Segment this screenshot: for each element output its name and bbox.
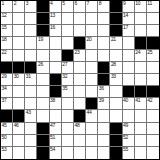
clue-number-12: 12 bbox=[2, 13, 7, 18]
cell-r3c11[interactable]: 17 bbox=[123, 25, 135, 37]
cell-r11c12[interactable] bbox=[135, 123, 147, 135]
clue-number-9: 9 bbox=[123, 1, 125, 6]
cell-r12c12[interactable] bbox=[135, 135, 147, 147]
black-cell-r2c10 bbox=[110, 13, 122, 25]
cell-r12c9[interactable] bbox=[98, 135, 110, 147]
cell-r7c7[interactable] bbox=[74, 74, 86, 86]
cell-r5c2[interactable] bbox=[13, 50, 25, 62]
cell-r1c12[interactable]: 10 bbox=[135, 1, 147, 13]
clue-number-26: 26 bbox=[38, 62, 43, 67]
cell-r4c6[interactable] bbox=[62, 37, 74, 49]
black-cell-r11c10 bbox=[110, 123, 122, 135]
clue-number-30: 30 bbox=[14, 74, 19, 79]
clue-number-44: 44 bbox=[87, 110, 92, 115]
clue-number-15: 15 bbox=[2, 25, 7, 30]
clue-number-36: 36 bbox=[99, 86, 104, 91]
cell-r5c10[interactable] bbox=[110, 50, 122, 62]
cell-r3c3[interactable] bbox=[25, 25, 37, 37]
cell-r9c10[interactable] bbox=[110, 98, 122, 110]
cell-r13c11[interactable]: 55 bbox=[123, 147, 135, 159]
cell-r9c1[interactable]: 37 bbox=[1, 98, 13, 110]
cell-r4c3[interactable] bbox=[25, 37, 37, 49]
cell-r3c5[interactable]: 16 bbox=[50, 25, 62, 37]
cell-r7c2[interactable]: 30 bbox=[13, 74, 25, 86]
cell-r4c2[interactable] bbox=[13, 37, 25, 49]
cell-r11c1[interactable]: 45 bbox=[1, 123, 13, 135]
cell-r1c13[interactable]: 11 bbox=[147, 1, 159, 13]
cell-r6c13[interactable] bbox=[147, 62, 159, 74]
cell-r13c6[interactable] bbox=[62, 147, 74, 159]
black-cell-r4c7 bbox=[74, 37, 86, 49]
cell-r5c5[interactable] bbox=[50, 50, 62, 62]
cell-r1c2[interactable]: 2 bbox=[13, 1, 25, 13]
cell-r10c5[interactable] bbox=[50, 110, 62, 122]
cell-r4c11[interactable] bbox=[123, 37, 135, 49]
cell-r13c12[interactable] bbox=[135, 147, 147, 159]
cell-r11c8[interactable] bbox=[86, 123, 98, 135]
cell-r11c5[interactable]: 47 bbox=[50, 123, 62, 135]
cell-r13c2[interactable] bbox=[13, 147, 25, 159]
cell-r2c9[interactable] bbox=[98, 13, 110, 25]
clue-number-22: 22 bbox=[2, 50, 7, 55]
cell-r4c1[interactable]: 18 bbox=[1, 37, 13, 49]
cell-r13c8[interactable] bbox=[86, 147, 98, 159]
clue-number-29: 29 bbox=[2, 74, 7, 79]
cell-r6c4[interactable]: 26 bbox=[37, 62, 49, 74]
cell-r3c13[interactable] bbox=[147, 25, 159, 37]
cell-r9c9[interactable]: 39 bbox=[98, 98, 110, 110]
clue-number-52: 52 bbox=[123, 135, 128, 140]
cell-r9c12[interactable]: 41 bbox=[135, 98, 147, 110]
clue-number-46: 46 bbox=[14, 123, 19, 128]
cell-r7c13[interactable] bbox=[147, 74, 159, 86]
cell-r3c2[interactable] bbox=[13, 25, 25, 37]
cell-r1c7[interactable]: 6 bbox=[74, 1, 86, 13]
black-cell-r10c1 bbox=[1, 110, 13, 122]
cell-r13c7[interactable] bbox=[74, 147, 86, 159]
clue-number-8: 8 bbox=[99, 1, 101, 6]
cell-r3c9[interactable] bbox=[98, 25, 110, 37]
cell-r11c7[interactable]: 48 bbox=[74, 123, 86, 135]
clue-number-48: 48 bbox=[74, 123, 79, 128]
black-cell-r1c4 bbox=[37, 1, 49, 13]
cell-r2c12[interactable] bbox=[135, 13, 147, 25]
clue-number-14: 14 bbox=[123, 13, 128, 18]
cell-r3c7[interactable] bbox=[74, 25, 86, 37]
cell-r8c7[interactable] bbox=[74, 86, 86, 98]
cell-r8c3[interactable] bbox=[25, 86, 37, 98]
black-cell-r4c12 bbox=[135, 37, 147, 49]
cell-r11c6[interactable] bbox=[62, 123, 74, 135]
clue-number-51: 51 bbox=[50, 135, 55, 140]
cell-r1c9[interactable]: 8 bbox=[98, 1, 110, 13]
cell-r10c8[interactable]: 44 bbox=[86, 110, 98, 122]
cell-r10c3[interactable]: 43 bbox=[25, 110, 37, 122]
cell-r10c10[interactable] bbox=[110, 110, 122, 122]
clue-number-49: 49 bbox=[123, 123, 128, 128]
clue-number-53: 53 bbox=[2, 147, 7, 152]
clue-number-50: 50 bbox=[2, 135, 7, 140]
clue-number-20: 20 bbox=[87, 37, 92, 42]
black-cell-r5c6 bbox=[62, 50, 74, 62]
cell-r9c5[interactable]: 38 bbox=[50, 98, 62, 110]
cell-r12c7[interactable] bbox=[74, 135, 86, 147]
cell-r5c7[interactable]: 23 bbox=[74, 50, 86, 62]
clue-number-18: 18 bbox=[2, 37, 7, 42]
clue-number-10: 10 bbox=[135, 1, 140, 6]
clue-number-27: 27 bbox=[62, 62, 67, 67]
clue-number-41: 41 bbox=[135, 98, 140, 103]
cell-r8c6[interactable]: 35 bbox=[62, 86, 74, 98]
cell-r3c12[interactable] bbox=[135, 25, 147, 37]
cell-r5c12[interactable]: 24 bbox=[135, 50, 147, 62]
clue-number-19: 19 bbox=[38, 37, 43, 42]
clue-number-3: 3 bbox=[26, 1, 28, 6]
cell-r7c3[interactable]: 31 bbox=[25, 74, 37, 86]
cell-r12c3[interactable] bbox=[25, 135, 37, 147]
cell-r3c6[interactable] bbox=[62, 25, 74, 37]
clue-number-37: 37 bbox=[2, 98, 7, 103]
cell-r12c8[interactable] bbox=[86, 135, 98, 147]
black-cell-r13c4 bbox=[37, 147, 49, 159]
cell-r5c1[interactable]: 22 bbox=[1, 50, 13, 62]
clue-number-4: 4 bbox=[50, 1, 52, 6]
cell-r9c13[interactable]: 42 bbox=[147, 98, 159, 110]
clue-number-2: 2 bbox=[14, 1, 16, 6]
cell-r5c3[interactable] bbox=[25, 50, 37, 62]
cell-r7c11[interactable] bbox=[123, 74, 135, 86]
cell-r8c4[interactable] bbox=[37, 86, 49, 98]
cell-r12c13[interactable] bbox=[147, 135, 159, 147]
clue-number-32: 32 bbox=[62, 74, 67, 79]
cell-r6c11[interactable] bbox=[123, 62, 135, 74]
cell-r13c1[interactable]: 53 bbox=[1, 147, 13, 159]
cell-r4c10[interactable]: 21 bbox=[110, 37, 122, 49]
cell-r9c2[interactable] bbox=[13, 98, 25, 110]
cell-r1c3[interactable]: 3 bbox=[25, 1, 37, 13]
clue-number-55: 55 bbox=[123, 147, 128, 152]
cell-r9c11[interactable]: 40 bbox=[123, 98, 135, 110]
clue-number-13: 13 bbox=[50, 13, 55, 18]
cell-r4c8[interactable]: 20 bbox=[86, 37, 98, 49]
cell-r10c12[interactable] bbox=[135, 110, 147, 122]
cell-r11c9[interactable] bbox=[98, 123, 110, 135]
cell-r9c6[interactable] bbox=[62, 98, 74, 110]
cell-r11c2[interactable]: 46 bbox=[13, 123, 25, 135]
black-cell-r12c10 bbox=[110, 135, 122, 147]
cell-r13c3[interactable] bbox=[25, 147, 37, 159]
cell-r1c8[interactable]: 7 bbox=[86, 1, 98, 13]
clue-number-42: 42 bbox=[147, 98, 152, 103]
black-cell-r13c10 bbox=[110, 147, 122, 159]
cell-r8c2[interactable] bbox=[13, 86, 25, 98]
cell-r2c7[interactable] bbox=[74, 13, 86, 25]
black-cell-r1c10 bbox=[110, 1, 122, 13]
cell-r4c5[interactable] bbox=[50, 37, 62, 49]
cell-r11c3[interactable] bbox=[25, 123, 37, 135]
cell-r5c9[interactable] bbox=[98, 50, 110, 62]
clue-number-38: 38 bbox=[50, 98, 55, 103]
clue-number-17: 17 bbox=[123, 25, 128, 30]
cell-r9c7[interactable] bbox=[74, 98, 86, 110]
clue-number-31: 31 bbox=[26, 74, 31, 79]
cell-r5c11[interactable] bbox=[123, 50, 135, 62]
cell-r10c4[interactable] bbox=[37, 110, 49, 122]
crossword-board: 1234567891011121314151617181920212223242… bbox=[0, 0, 160, 160]
cell-r6c7[interactable] bbox=[74, 62, 86, 74]
black-cell-r2c4 bbox=[37, 13, 49, 25]
clue-number-6: 6 bbox=[74, 1, 76, 6]
clue-number-33: 33 bbox=[111, 74, 116, 79]
cell-r10c11[interactable] bbox=[123, 110, 135, 122]
clue-number-47: 47 bbox=[50, 123, 55, 128]
clue-number-39: 39 bbox=[99, 98, 104, 103]
cell-r4c4[interactable]: 19 bbox=[37, 37, 49, 49]
cell-r7c12[interactable] bbox=[135, 74, 147, 86]
cell-r10c6[interactable] bbox=[62, 110, 74, 122]
cell-r2c13[interactable] bbox=[147, 13, 159, 25]
clue-number-40: 40 bbox=[123, 98, 128, 103]
black-cell-r10c2 bbox=[13, 110, 25, 122]
clue-number-43: 43 bbox=[26, 110, 31, 115]
clue-number-24: 24 bbox=[135, 50, 140, 55]
cell-r10c13[interactable] bbox=[147, 110, 159, 122]
cell-r6c5[interactable] bbox=[50, 62, 62, 74]
black-cell-r11c4 bbox=[37, 123, 49, 135]
cell-r5c13[interactable]: 25 bbox=[147, 50, 159, 62]
cell-r2c6[interactable] bbox=[62, 13, 74, 25]
clue-number-54: 54 bbox=[50, 147, 55, 152]
cell-r12c6[interactable] bbox=[62, 135, 74, 147]
black-cell-r10c7 bbox=[74, 110, 86, 122]
clue-number-11: 11 bbox=[147, 1, 152, 6]
cell-r5c4[interactable] bbox=[37, 50, 49, 62]
cell-r8c10[interactable] bbox=[110, 86, 122, 98]
cell-r6c12[interactable] bbox=[135, 62, 147, 74]
cell-r12c2[interactable] bbox=[13, 135, 25, 147]
cell-r8c8[interactable] bbox=[86, 86, 98, 98]
cell-r6c8[interactable] bbox=[86, 62, 98, 74]
clue-number-35: 35 bbox=[62, 86, 67, 91]
black-cell-r12c4 bbox=[37, 135, 49, 147]
cell-r2c3[interactable] bbox=[25, 13, 37, 25]
cell-r2c2[interactable] bbox=[13, 13, 25, 25]
cell-r1c6[interactable]: 5 bbox=[62, 1, 74, 13]
clue-number-5: 5 bbox=[62, 1, 64, 6]
cell-r13c5[interactable]: 54 bbox=[50, 147, 62, 159]
black-cell-r6c9 bbox=[98, 62, 110, 74]
cell-r7c10[interactable]: 33 bbox=[110, 74, 122, 86]
cell-r10c9[interactable] bbox=[98, 110, 110, 122]
cell-r13c13[interactable] bbox=[147, 147, 159, 159]
cell-r11c13[interactable] bbox=[147, 123, 159, 135]
cell-r7c4[interactable] bbox=[37, 74, 49, 86]
clue-number-45: 45 bbox=[2, 123, 7, 128]
cell-r2c8[interactable] bbox=[86, 13, 98, 25]
black-cell-r4c13 bbox=[147, 37, 159, 49]
cell-r7c8[interactable] bbox=[86, 74, 98, 86]
cell-r4c9[interactable] bbox=[98, 37, 110, 49]
clue-number-7: 7 bbox=[87, 1, 89, 6]
black-cell-r7c5 bbox=[50, 74, 62, 86]
cell-r9c4[interactable] bbox=[37, 98, 49, 110]
cell-r5c8[interactable] bbox=[86, 50, 98, 62]
clue-number-23: 23 bbox=[74, 50, 79, 55]
cell-r11c11[interactable]: 49 bbox=[123, 123, 135, 135]
clue-number-28: 28 bbox=[111, 62, 116, 67]
clue-number-25: 25 bbox=[147, 50, 152, 55]
clue-number-21: 21 bbox=[111, 37, 116, 42]
cell-r13c9[interactable] bbox=[98, 147, 110, 159]
clue-number-34: 34 bbox=[2, 86, 7, 91]
clue-number-16: 16 bbox=[50, 25, 55, 30]
clue-number-1: 1 bbox=[2, 1, 4, 6]
